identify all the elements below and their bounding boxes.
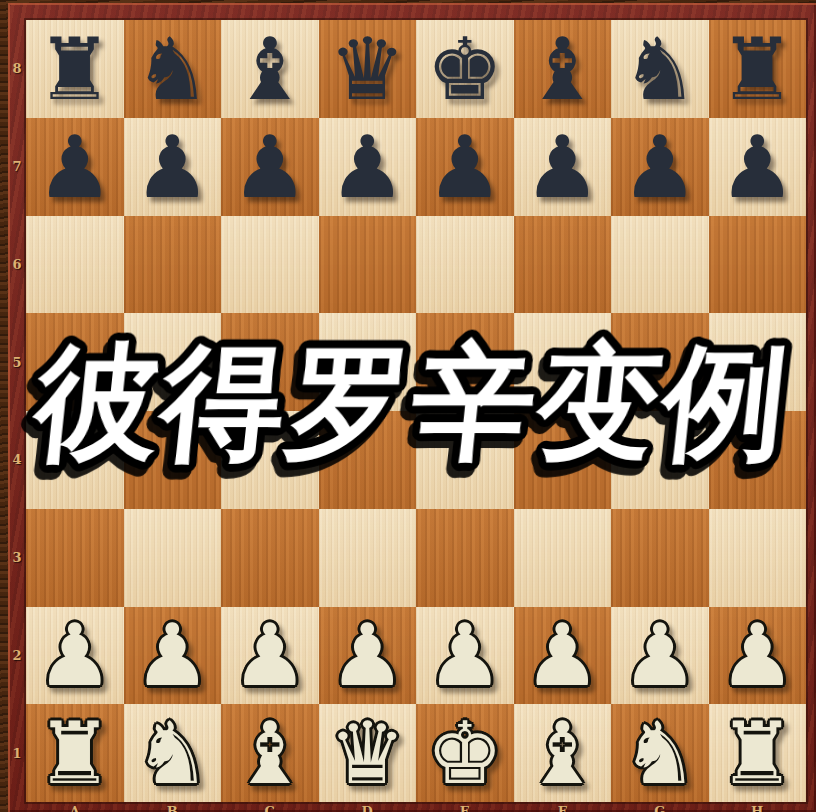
- piece-black-pawn[interactable]: ♟: [621, 124, 698, 210]
- square-g1[interactable]: ♞: [611, 704, 709, 802]
- piece-black-king[interactable]: ♚: [426, 26, 503, 112]
- square-h2[interactable]: ♟: [709, 607, 807, 705]
- rank-label: 1: [12, 747, 21, 760]
- variation-title-text: 彼得罗辛变例: [25, 332, 796, 473]
- square-c3[interactable]: [221, 509, 319, 607]
- piece-white-pawn[interactable]: ♟: [524, 612, 601, 698]
- piece-white-knight[interactable]: ♞: [134, 710, 211, 796]
- piece-black-pawn[interactable]: ♟: [719, 124, 796, 210]
- square-f8[interactable]: ♝: [514, 20, 612, 118]
- variation-title-overlay: 彼得罗辛变例: [0, 324, 816, 492]
- square-h1[interactable]: ♜: [709, 704, 807, 802]
- file-label: F: [558, 805, 567, 812]
- piece-white-queen[interactable]: ♛: [329, 710, 406, 796]
- piece-white-knight[interactable]: ♞: [621, 710, 698, 796]
- piece-white-pawn[interactable]: ♟: [426, 612, 503, 698]
- piece-black-pawn[interactable]: ♟: [231, 124, 308, 210]
- square-c6[interactable]: [221, 216, 319, 314]
- square-f6[interactable]: [514, 216, 612, 314]
- square-b1[interactable]: ♞: [124, 704, 222, 802]
- piece-black-bishop[interactable]: ♝: [524, 26, 601, 112]
- chess-board-app: ♜♞♝♛♚♝♞♜♟♟♟♟♟♟♟♟♟♟♟♟♟♟♟♟♜♞♝♛♚♝♞♜ 8 7 6 5…: [0, 0, 816, 812]
- square-g8[interactable]: ♞: [611, 20, 709, 118]
- piece-black-rook[interactable]: ♜: [719, 26, 796, 112]
- square-a1[interactable]: ♜: [26, 704, 124, 802]
- file-label: A: [70, 805, 80, 812]
- square-c2[interactable]: ♟: [221, 607, 319, 705]
- square-b8[interactable]: ♞: [124, 20, 222, 118]
- piece-black-pawn[interactable]: ♟: [134, 124, 211, 210]
- square-g2[interactable]: ♟: [611, 607, 709, 705]
- piece-white-pawn[interactable]: ♟: [36, 612, 113, 698]
- piece-white-pawn[interactable]: ♟: [134, 612, 211, 698]
- square-e8[interactable]: ♚: [416, 20, 514, 118]
- square-f2[interactable]: ♟: [514, 607, 612, 705]
- square-e7[interactable]: ♟: [416, 118, 514, 216]
- square-g6[interactable]: [611, 216, 709, 314]
- square-g3[interactable]: [611, 509, 709, 607]
- file-label: G: [654, 805, 665, 812]
- rank-label: 7: [12, 160, 21, 173]
- piece-white-pawn[interactable]: ♟: [719, 612, 796, 698]
- square-e2[interactable]: ♟: [416, 607, 514, 705]
- piece-black-pawn[interactable]: ♟: [524, 124, 601, 210]
- square-c1[interactable]: ♝: [221, 704, 319, 802]
- piece-white-pawn[interactable]: ♟: [231, 612, 308, 698]
- piece-black-knight[interactable]: ♞: [134, 26, 211, 112]
- piece-black-bishop[interactable]: ♝: [231, 26, 308, 112]
- piece-black-pawn[interactable]: ♟: [329, 124, 406, 210]
- file-label: E: [460, 805, 470, 812]
- piece-black-pawn[interactable]: ♟: [426, 124, 503, 210]
- square-d8[interactable]: ♛: [319, 20, 417, 118]
- piece-white-rook[interactable]: ♜: [36, 710, 113, 796]
- square-e6[interactable]: [416, 216, 514, 314]
- piece-black-queen[interactable]: ♛: [329, 26, 406, 112]
- rank-label: 8: [12, 62, 21, 75]
- square-c7[interactable]: ♟: [221, 118, 319, 216]
- square-e1[interactable]: ♚: [416, 704, 514, 802]
- square-a6[interactable]: [26, 216, 124, 314]
- piece-black-pawn[interactable]: ♟: [36, 124, 113, 210]
- square-d2[interactable]: ♟: [319, 607, 417, 705]
- square-b6[interactable]: [124, 216, 222, 314]
- rank-label: 3: [12, 551, 21, 564]
- piece-white-bishop[interactable]: ♝: [524, 710, 601, 796]
- file-label: D: [362, 805, 373, 812]
- file-label: C: [265, 805, 275, 812]
- rank-label: 2: [12, 649, 21, 662]
- square-f7[interactable]: ♟: [514, 118, 612, 216]
- square-h8[interactable]: ♜: [709, 20, 807, 118]
- square-b3[interactable]: [124, 509, 222, 607]
- square-d6[interactable]: [319, 216, 417, 314]
- piece-white-pawn[interactable]: ♟: [621, 612, 698, 698]
- square-c8[interactable]: ♝: [221, 20, 319, 118]
- square-f3[interactable]: [514, 509, 612, 607]
- square-h3[interactable]: [709, 509, 807, 607]
- piece-white-rook[interactable]: ♜: [719, 710, 796, 796]
- rank-label: 6: [12, 258, 21, 271]
- square-b2[interactable]: ♟: [124, 607, 222, 705]
- piece-white-king[interactable]: ♚: [426, 710, 503, 796]
- square-g7[interactable]: ♟: [611, 118, 709, 216]
- file-label: H: [751, 805, 763, 812]
- square-h7[interactable]: ♟: [709, 118, 807, 216]
- piece-white-pawn[interactable]: ♟: [329, 612, 406, 698]
- file-label: B: [167, 805, 178, 812]
- square-d3[interactable]: [319, 509, 417, 607]
- square-h6[interactable]: [709, 216, 807, 314]
- piece-black-rook[interactable]: ♜: [36, 26, 113, 112]
- square-a3[interactable]: [26, 509, 124, 607]
- square-d1[interactable]: ♛: [319, 704, 417, 802]
- square-f1[interactable]: ♝: [514, 704, 612, 802]
- square-a8[interactable]: ♜: [26, 20, 124, 118]
- square-b7[interactable]: ♟: [124, 118, 222, 216]
- piece-black-knight[interactable]: ♞: [621, 26, 698, 112]
- square-a2[interactable]: ♟: [26, 607, 124, 705]
- square-d7[interactable]: ♟: [319, 118, 417, 216]
- file-coordinates: A B C D E F G H: [26, 802, 806, 812]
- square-a7[interactable]: ♟: [26, 118, 124, 216]
- square-e3[interactable]: [416, 509, 514, 607]
- piece-white-bishop[interactable]: ♝: [231, 710, 308, 796]
